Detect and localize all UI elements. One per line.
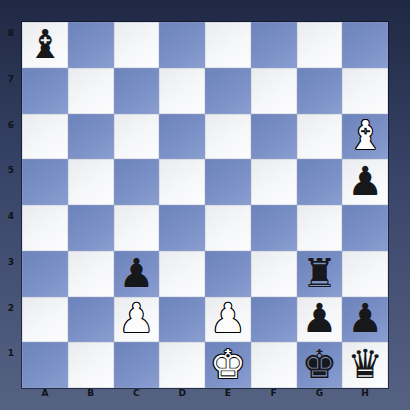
square-e2[interactable]: ♟ xyxy=(205,297,251,343)
square-f8[interactable] xyxy=(251,22,297,68)
square-c4[interactable] xyxy=(114,205,160,251)
square-e5[interactable] xyxy=(205,159,251,205)
square-b3[interactable] xyxy=(68,251,114,297)
file-label-e: E xyxy=(205,388,251,402)
square-c3[interactable]: ♟ xyxy=(114,251,160,297)
square-f5[interactable] xyxy=(251,159,297,205)
piece-white-pawn[interactable]: ♟ xyxy=(210,298,246,338)
square-e3[interactable] xyxy=(205,251,251,297)
square-a5[interactable] xyxy=(22,159,68,205)
square-b8[interactable] xyxy=(68,22,114,68)
square-f7[interactable] xyxy=(251,68,297,114)
rank-label-6: 6 xyxy=(0,114,22,160)
piece-black-rook[interactable]: ♜ xyxy=(301,253,337,293)
rank-labels: 87654321 xyxy=(0,22,22,388)
rank-label-2: 2 xyxy=(0,297,22,343)
square-h3[interactable] xyxy=(342,251,388,297)
square-h1[interactable]: ♛ xyxy=(342,342,388,388)
square-c1[interactable] xyxy=(114,342,160,388)
square-e4[interactable] xyxy=(205,205,251,251)
piece-black-pawn[interactable]: ♟ xyxy=(118,253,154,293)
square-g4[interactable] xyxy=(297,205,343,251)
piece-white-king[interactable]: ♚ xyxy=(210,344,246,384)
piece-white-bishop[interactable]: ♝ xyxy=(347,115,383,155)
square-e1[interactable]: ♚ xyxy=(205,342,251,388)
square-h8[interactable] xyxy=(342,22,388,68)
file-label-d: D xyxy=(159,388,205,402)
square-g2[interactable]: ♟ xyxy=(297,297,343,343)
square-h4[interactable] xyxy=(342,205,388,251)
square-g1[interactable]: ♚ xyxy=(297,342,343,388)
file-label-c: C xyxy=(114,388,160,402)
square-a4[interactable] xyxy=(22,205,68,251)
piece-black-pawn[interactable]: ♟ xyxy=(347,298,383,338)
square-a8[interactable]: ♝ xyxy=(22,22,68,68)
rank-label-7: 7 xyxy=(0,68,22,114)
square-b6[interactable] xyxy=(68,114,114,160)
file-label-f: F xyxy=(251,388,297,402)
square-e6[interactable] xyxy=(205,114,251,160)
square-f4[interactable] xyxy=(251,205,297,251)
square-h5[interactable]: ♟ xyxy=(342,159,388,205)
square-a1[interactable] xyxy=(22,342,68,388)
square-d4[interactable] xyxy=(159,205,205,251)
file-label-b: B xyxy=(68,388,114,402)
file-label-h: H xyxy=(342,388,388,402)
square-h2[interactable]: ♟ xyxy=(342,297,388,343)
square-f1[interactable] xyxy=(251,342,297,388)
piece-black-queen[interactable]: ♛ xyxy=(347,344,383,384)
square-a6[interactable] xyxy=(22,114,68,160)
chess-board: ♝♝♟♟♜♟♟♟♟♚♚♛ xyxy=(22,22,388,388)
square-d2[interactable] xyxy=(159,297,205,343)
piece-white-pawn[interactable]: ♟ xyxy=(118,298,154,338)
chess-board-frame: 87654321 ♝♝♟♟♜♟♟♟♟♚♚♛ ABCDEFGH xyxy=(0,0,410,410)
square-h7[interactable] xyxy=(342,68,388,114)
piece-black-bishop[interactable]: ♝ xyxy=(27,24,63,64)
square-g7[interactable] xyxy=(297,68,343,114)
rank-label-8: 8 xyxy=(0,22,22,68)
square-h6[interactable]: ♝ xyxy=(342,114,388,160)
square-b7[interactable] xyxy=(68,68,114,114)
square-g8[interactable] xyxy=(297,22,343,68)
rank-label-3: 3 xyxy=(0,251,22,297)
square-d1[interactable] xyxy=(159,342,205,388)
piece-black-pawn[interactable]: ♟ xyxy=(347,161,383,201)
square-b5[interactable] xyxy=(68,159,114,205)
square-d5[interactable] xyxy=(159,159,205,205)
square-f3[interactable] xyxy=(251,251,297,297)
rank-label-4: 4 xyxy=(0,205,22,251)
square-d7[interactable] xyxy=(159,68,205,114)
square-e8[interactable] xyxy=(205,22,251,68)
square-b4[interactable] xyxy=(68,205,114,251)
square-a2[interactable] xyxy=(22,297,68,343)
square-d6[interactable] xyxy=(159,114,205,160)
square-f2[interactable] xyxy=(251,297,297,343)
square-f6[interactable] xyxy=(251,114,297,160)
square-g5[interactable] xyxy=(297,159,343,205)
rank-label-5: 5 xyxy=(0,159,22,205)
square-e7[interactable] xyxy=(205,68,251,114)
square-a7[interactable] xyxy=(22,68,68,114)
square-d3[interactable] xyxy=(159,251,205,297)
square-d8[interactable] xyxy=(159,22,205,68)
file-labels: ABCDEFGH xyxy=(22,388,388,402)
rank-label-1: 1 xyxy=(0,342,22,388)
square-a3[interactable] xyxy=(22,251,68,297)
square-c5[interactable] xyxy=(114,159,160,205)
square-c7[interactable] xyxy=(114,68,160,114)
square-c2[interactable]: ♟ xyxy=(114,297,160,343)
square-g6[interactable] xyxy=(297,114,343,160)
piece-black-king[interactable]: ♚ xyxy=(301,344,337,384)
file-label-g: G xyxy=(297,388,343,402)
piece-black-pawn[interactable]: ♟ xyxy=(301,298,337,338)
square-g3[interactable]: ♜ xyxy=(297,251,343,297)
square-b2[interactable] xyxy=(68,297,114,343)
square-b1[interactable] xyxy=(68,342,114,388)
square-c8[interactable] xyxy=(114,22,160,68)
file-label-a: A xyxy=(22,388,68,402)
square-c6[interactable] xyxy=(114,114,160,160)
